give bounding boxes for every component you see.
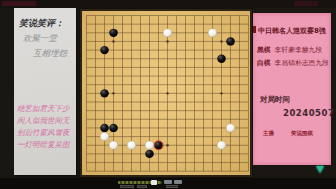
nav-forward-button[interactable] xyxy=(166,185,178,188)
note-line: 互相埋怨 xyxy=(33,48,67,60)
star-point xyxy=(220,40,222,42)
move-counter-chip xyxy=(164,180,172,184)
move-counter-chip xyxy=(174,180,182,184)
top-marquee-right xyxy=(294,1,318,6)
nav-back-button[interactable] xyxy=(120,185,134,188)
black-stone[interactable] xyxy=(217,55,226,63)
star-point xyxy=(166,92,168,94)
broadcast-screen: 笑说笑评： 欢聚一堂 互相埋怨 绝艺如君天下少 闲人似我世间无 别后竹窗风雪夜 … xyxy=(0,0,336,189)
white-stone[interactable] xyxy=(208,29,217,37)
event-title: 中日韩名人混双赛8强 xyxy=(253,26,331,36)
star-point xyxy=(166,144,168,146)
black-stone[interactable] xyxy=(109,29,118,37)
white-players-row: 白棋李昌镐朴志恩九段 xyxy=(257,58,329,68)
top-marquee-left xyxy=(2,1,36,6)
go-board[interactable] xyxy=(82,11,250,175)
white-players: 李昌镐朴志恩九段 xyxy=(275,59,329,67)
white-stone[interactable] xyxy=(217,141,226,149)
commentary-note-panel: 笑说笑评： 欢聚一堂 互相埋怨 绝艺如君天下少 闲人似我世间无 别后竹窗风雪夜 … xyxy=(14,8,76,175)
star-point xyxy=(112,40,114,42)
host-label: 主播 xyxy=(263,130,274,137)
host-name: 笑说围棋 xyxy=(291,130,313,137)
game-time-label: 对局时间 xyxy=(260,95,290,105)
top-strip xyxy=(0,0,336,8)
go-poem: 绝艺如君天下少 闲人似我世间无 别后竹窗风雪夜 一灯明暗复吴图 xyxy=(17,103,75,151)
white-stone[interactable] xyxy=(109,141,118,149)
poem-line: 绝艺如君天下少 xyxy=(17,103,75,115)
black-stone[interactable] xyxy=(154,141,163,149)
white-label: 白棋 xyxy=(257,59,271,67)
white-stone[interactable] xyxy=(145,141,154,149)
go-board-frame xyxy=(79,8,253,178)
poem-line: 别后竹窗风雪夜 xyxy=(17,127,75,139)
black-stone[interactable] xyxy=(145,150,154,158)
star-point xyxy=(112,92,114,94)
white-stone[interactable] xyxy=(226,124,235,132)
white-stone[interactable] xyxy=(100,132,109,140)
black-stone[interactable] xyxy=(100,124,109,132)
game-info-panel: 中日韩名人混双赛8强 黑棋李轩豪李赫九段 白棋李昌镐朴志恩九段 对局时间 202… xyxy=(253,13,331,165)
game-date: 20240507 xyxy=(283,108,334,118)
black-stone[interactable] xyxy=(226,37,235,45)
star-point xyxy=(220,92,222,94)
black-stone[interactable] xyxy=(100,89,109,97)
white-stone[interactable] xyxy=(127,141,136,149)
player-control-bar xyxy=(0,178,336,189)
note-line: 欢聚一堂 xyxy=(23,33,57,45)
note-header: 笑说笑评： xyxy=(19,17,64,30)
black-label: 黑棋 xyxy=(257,46,271,54)
go-board-svg xyxy=(82,11,250,175)
move-slider-handle[interactable] xyxy=(151,180,157,185)
black-players: 李轩豪李赫九段 xyxy=(275,46,323,54)
white-stone[interactable] xyxy=(163,29,172,37)
poem-line: 闲人似我世间无 xyxy=(17,115,75,127)
black-stone[interactable] xyxy=(100,46,109,54)
network-status-icon xyxy=(316,166,324,173)
nav-play-button[interactable] xyxy=(137,185,147,188)
star-point xyxy=(166,40,168,42)
black-stone[interactable] xyxy=(109,124,118,132)
black-players-row: 黑棋李轩豪李赫九段 xyxy=(257,45,322,55)
poem-line: 一灯明暗复吴图 xyxy=(17,139,75,151)
